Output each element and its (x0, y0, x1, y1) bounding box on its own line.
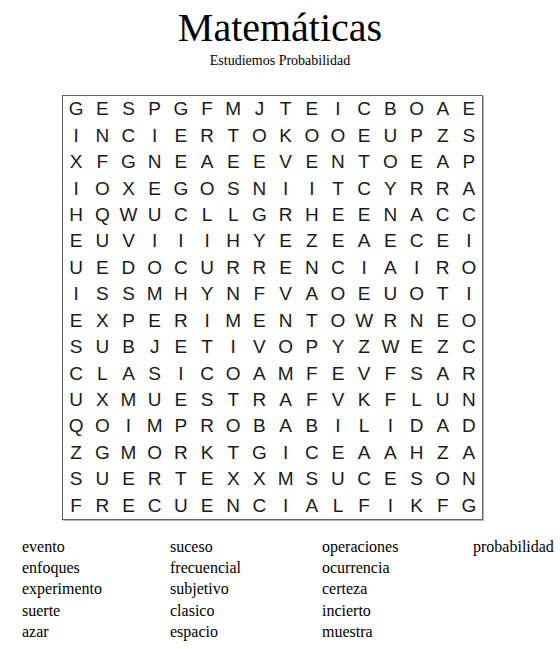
grid-cell[interactable]: I (273, 175, 299, 201)
grid-cell[interactable]: E (246, 308, 272, 334)
word-list-item[interactable]: ocurrencia (322, 557, 473, 578)
grid-cell[interactable]: F (377, 360, 403, 386)
grid-cell[interactable]: G (168, 175, 194, 201)
grid-cell[interactable]: K (351, 387, 377, 413)
grid-cell[interactable]: U (89, 228, 115, 254)
grid-cell[interactable]: E (325, 360, 351, 386)
grid-cell[interactable]: A (430, 360, 456, 386)
grid-cell[interactable]: I (377, 493, 403, 519)
grid-cell[interactable]: U (194, 255, 220, 281)
grid-cell[interactable]: F (299, 360, 325, 386)
grid-cell[interactable]: A (351, 440, 377, 466)
grid-cell[interactable]: G (63, 96, 89, 122)
grid-cell[interactable]: C (403, 228, 429, 254)
grid-cell[interactable]: O (377, 149, 403, 175)
grid-cell[interactable]: C (351, 466, 377, 492)
grid-cell[interactable]: E (142, 175, 168, 201)
grid-cell[interactable]: N (299, 255, 325, 281)
grid-cell[interactable]: S (403, 360, 429, 386)
grid-cell[interactable]: A (456, 175, 482, 201)
grid-cell[interactable]: L (89, 360, 115, 386)
grid-cell[interactable]: A (115, 360, 141, 386)
grid-cell[interactable]: H (299, 202, 325, 228)
grid-cell[interactable]: T (220, 440, 246, 466)
grid-cell[interactable]: D (115, 255, 141, 281)
grid-cell[interactable]: B (299, 413, 325, 439)
grid-cell[interactable]: X (63, 149, 89, 175)
grid-cell[interactable]: C (430, 202, 456, 228)
grid-cell[interactable]: R (403, 175, 429, 201)
grid-cell[interactable]: O (89, 175, 115, 201)
grid-cell[interactable]: U (377, 122, 403, 148)
grid-cell[interactable]: S (403, 466, 429, 492)
grid-cell[interactable]: J (142, 334, 168, 360)
grid-cell[interactable]: L (194, 202, 220, 228)
grid-cell[interactable]: N (220, 281, 246, 307)
grid-cell[interactable]: U (142, 202, 168, 228)
grid-cell[interactable]: C (351, 175, 377, 201)
grid-cell[interactable]: E (456, 96, 482, 122)
word-search-grid: GESPGFMJTEICBOAEINCIERTOKOOEUPZSXFGNEAEE… (62, 95, 483, 520)
grid-cell[interactable]: T (351, 149, 377, 175)
grid-cell[interactable]: A (430, 149, 456, 175)
grid-cell[interactable]: C (351, 96, 377, 122)
grid-cell[interactable]: E (273, 228, 299, 254)
grid-cell[interactable]: A (299, 493, 325, 519)
grid-cell[interactable]: D (456, 413, 482, 439)
grid-cell[interactable]: T (220, 387, 246, 413)
grid-cell[interactable]: E (351, 281, 377, 307)
page-title: Matemáticas (0, 6, 560, 50)
grid-cell[interactable]: E (89, 96, 115, 122)
grid-cell[interactable]: E (377, 228, 403, 254)
grid-cell[interactable]: D (403, 413, 429, 439)
word-list-item[interactable]: subjetivo (170, 578, 322, 599)
grid-cell[interactable]: O (325, 308, 351, 334)
grid-cell[interactable]: C (63, 360, 89, 386)
grid-cell[interactable]: C (456, 334, 482, 360)
grid-cell[interactable]: F (246, 281, 272, 307)
grid-cell[interactable]: A (351, 228, 377, 254)
grid-cell[interactable]: N (456, 387, 482, 413)
grid-cell[interactable]: F (430, 493, 456, 519)
grid-cell[interactable]: P (168, 413, 194, 439)
grid-cell[interactable]: K (273, 122, 299, 148)
grid-cell[interactable]: G (246, 440, 272, 466)
word-list-item[interactable]: suceso (170, 536, 322, 557)
grid-cell[interactable]: U (430, 387, 456, 413)
grid-cell[interactable]: Y (194, 281, 220, 307)
grid-cell[interactable]: S (220, 175, 246, 201)
grid-cell[interactable]: I (273, 493, 299, 519)
grid-cell[interactable]: E (430, 308, 456, 334)
grid-cell[interactable]: E (194, 466, 220, 492)
grid-cell[interactable]: I (168, 360, 194, 386)
grid-cell[interactable]: S (115, 281, 141, 307)
grid-cell[interactable]: E (403, 334, 429, 360)
grid-cell[interactable]: Q (89, 202, 115, 228)
grid-cell[interactable]: E (351, 122, 377, 148)
word-list-item[interactable]: espacio (170, 621, 322, 642)
grid-cell[interactable]: A (377, 255, 403, 281)
grid-cell[interactable]: U (89, 466, 115, 492)
grid-cell[interactable]: R (142, 466, 168, 492)
word-list-item[interactable]: frecuencial (170, 557, 322, 578)
grid-cell[interactable]: E (168, 149, 194, 175)
grid-cell[interactable]: I (325, 413, 351, 439)
grid-cell[interactable]: U (89, 334, 115, 360)
grid-cell[interactable]: E (168, 122, 194, 148)
grid-cell[interactable]: E (299, 96, 325, 122)
grid-cell[interactable]: A (246, 360, 272, 386)
grid-cell[interactable]: V (115, 228, 141, 254)
grid-cell[interactable]: Z (63, 440, 89, 466)
grid-cell[interactable]: P (299, 334, 325, 360)
word-list-item[interactable]: azar (22, 621, 170, 642)
grid-cell[interactable]: L (325, 493, 351, 519)
grid-cell[interactable]: O (194, 175, 220, 201)
grid-cell[interactable]: A (456, 440, 482, 466)
grid-cell[interactable]: I (456, 228, 482, 254)
grid-cell[interactable]: R (168, 308, 194, 334)
grid-cell[interactable]: T (325, 175, 351, 201)
grid-cell[interactable]: N (325, 149, 351, 175)
grid-cell[interactable]: J (246, 96, 272, 122)
grid-cell[interactable]: N (142, 149, 168, 175)
grid-cell[interactable]: E (403, 149, 429, 175)
grid-cell[interactable]: U (377, 281, 403, 307)
grid-cell[interactable]: I (63, 281, 89, 307)
grid-cell[interactable]: O (142, 440, 168, 466)
grid-cell[interactable]: N (456, 466, 482, 492)
grid-cell[interactable]: M (220, 308, 246, 334)
grid-cell[interactable]: F (194, 96, 220, 122)
grid-cell[interactable]: K (403, 493, 429, 519)
grid-cell[interactable]: I (377, 413, 403, 439)
grid-cell[interactable]: E (246, 149, 272, 175)
word-list-item[interactable]: suerte (22, 600, 170, 621)
grid-cell[interactable]: K (194, 440, 220, 466)
grid-cell[interactable]: E (63, 308, 89, 334)
grid-cell[interactable]: H (220, 228, 246, 254)
grid-cell[interactable]: A (377, 440, 403, 466)
grid-cell[interactable]: T (168, 466, 194, 492)
grid-cell[interactable]: U (168, 493, 194, 519)
grid-cell[interactable]: H (63, 202, 89, 228)
grid-cell[interactable]: G (89, 440, 115, 466)
grid-cell[interactable]: R (194, 413, 220, 439)
grid-cell[interactable]: N (377, 202, 403, 228)
grid-cell[interactable]: N (246, 175, 272, 201)
grid-cell[interactable]: M (142, 281, 168, 307)
grid-cell[interactable]: E (142, 308, 168, 334)
grid-cell[interactable]: E (351, 202, 377, 228)
grid-cell[interactable]: F (89, 149, 115, 175)
grid-cell[interactable]: B (377, 96, 403, 122)
grid-cell[interactable]: V (325, 387, 351, 413)
grid-cell[interactable]: A (403, 202, 429, 228)
word-list-item[interactable]: probabilidad (473, 536, 556, 557)
word-list-item[interactable]: enfoques (22, 557, 170, 578)
grid-cell[interactable]: M (115, 440, 141, 466)
grid-cell[interactable]: I (194, 308, 220, 334)
grid-cell[interactable]: R (430, 175, 456, 201)
grid-cell[interactable]: C (456, 202, 482, 228)
grid-cell[interactable]: P (456, 149, 482, 175)
grid-cell[interactable]: S (63, 334, 89, 360)
grid-cell[interactable]: C (168, 255, 194, 281)
grid-cell[interactable]: W (351, 308, 377, 334)
grid-cell[interactable]: H (403, 440, 429, 466)
grid-cell[interactable]: R (430, 255, 456, 281)
grid-cell[interactable]: E (377, 466, 403, 492)
grid-cell[interactable]: G (456, 493, 482, 519)
grid-cell[interactable]: Z (299, 228, 325, 254)
grid-cell[interactable]: C (168, 202, 194, 228)
grid-cell[interactable]: I (273, 440, 299, 466)
grid-cell[interactable]: M (142, 413, 168, 439)
grid-cell[interactable]: Z (430, 122, 456, 148)
grid-cell[interactable]: F (299, 387, 325, 413)
grid-cell[interactable]: E (299, 149, 325, 175)
grid-cell[interactable]: L (220, 202, 246, 228)
grid-cell[interactable]: F (377, 387, 403, 413)
grid-cell[interactable]: I (115, 413, 141, 439)
grid-cell[interactable]: C (115, 122, 141, 148)
word-list-item[interactable]: clasico (170, 600, 322, 621)
grid-cell[interactable]: E (273, 255, 299, 281)
grid-cell[interactable]: T (299, 308, 325, 334)
grid-cell[interactable]: R (377, 308, 403, 334)
grid-cell[interactable]: O (456, 255, 482, 281)
grid-cell[interactable]: Z (430, 334, 456, 360)
grid-cell[interactable]: T (273, 96, 299, 122)
grid-cell[interactable]: E (168, 334, 194, 360)
grid-cell[interactable]: A (194, 149, 220, 175)
grid-cell[interactable]: I (351, 255, 377, 281)
grid-cell[interactable]: S (456, 122, 482, 148)
grid-cell[interactable]: I (168, 228, 194, 254)
grid-cell[interactable]: X (220, 466, 246, 492)
grid-cell[interactable]: O (325, 281, 351, 307)
grid-cell[interactable]: N (273, 308, 299, 334)
grid-cell[interactable]: L (351, 413, 377, 439)
grid-cell[interactable]: M (220, 96, 246, 122)
grid-cell[interactable]: X (89, 387, 115, 413)
grid-cell[interactable]: E (194, 493, 220, 519)
word-list-item[interactable]: evento (22, 536, 170, 557)
grid-cell[interactable]: G (246, 202, 272, 228)
word-list-item[interactable]: experimento (22, 578, 170, 599)
grid-cell[interactable]: S (89, 281, 115, 307)
grid-cell[interactable]: T (430, 281, 456, 307)
grid-cell[interactable]: U (63, 387, 89, 413)
grid-cell[interactable]: X (115, 175, 141, 201)
grid-cell[interactable]: U (325, 466, 351, 492)
grid-cell[interactable]: I (194, 228, 220, 254)
grid-cell[interactable]: C (246, 493, 272, 519)
grid-cell[interactable]: E (220, 149, 246, 175)
grid-cell[interactable]: P (115, 308, 141, 334)
grid-cell[interactable]: O (430, 466, 456, 492)
grid-cell[interactable]: U (63, 255, 89, 281)
grid-cell[interactable]: O (456, 308, 482, 334)
word-list-item[interactable]: incierto (322, 600, 473, 621)
grid-cell[interactable]: Z (351, 334, 377, 360)
grid-cell[interactable]: Q (63, 413, 89, 439)
grid-cell[interactable]: F (63, 493, 89, 519)
grid-cell[interactable]: O (403, 96, 429, 122)
grid-cell[interactable]: X (246, 466, 272, 492)
word-list-item[interactable]: certeza (322, 578, 473, 599)
word-list-column: probabilidad (473, 536, 556, 642)
grid-cell[interactable]: I (63, 175, 89, 201)
grid-cell[interactable]: O (89, 413, 115, 439)
word-list-column: sucesofrecuencialsubjetivoclasicoespacio (170, 536, 322, 642)
grid-cell[interactable]: I (456, 281, 482, 307)
grid-cell[interactable]: N (220, 493, 246, 519)
grid-cell[interactable]: V (273, 281, 299, 307)
grid-cell[interactable]: I (403, 255, 429, 281)
grid-cell[interactable]: C (142, 493, 168, 519)
grid-cell[interactable]: M (115, 387, 141, 413)
grid-cell[interactable]: P (403, 122, 429, 148)
grid-cell[interactable]: R (220, 255, 246, 281)
grid-cell[interactable]: Y (377, 175, 403, 201)
grid-cell[interactable]: E (325, 202, 351, 228)
grid-cell[interactable]: P (142, 96, 168, 122)
grid-cell[interactable]: H (168, 281, 194, 307)
grid-cell[interactable]: W (377, 334, 403, 360)
grid-cell[interactable]: R (89, 493, 115, 519)
grid-cell[interactable]: U (142, 387, 168, 413)
grid-cell[interactable]: G (168, 96, 194, 122)
grid-cell[interactable]: R (246, 255, 272, 281)
grid-cell[interactable]: Y (325, 334, 351, 360)
grid-cell[interactable]: C (299, 440, 325, 466)
grid-cell[interactable]: W (115, 202, 141, 228)
grid-cell[interactable]: F (351, 493, 377, 519)
grid-cell[interactable]: O (246, 122, 272, 148)
grid-cell[interactable]: V (246, 334, 272, 360)
grid-cell[interactable]: R (168, 440, 194, 466)
grid-cell[interactable]: E (89, 255, 115, 281)
grid-cell[interactable]: I (142, 122, 168, 148)
grid-cell[interactable]: G (115, 149, 141, 175)
word-list-column: eventoenfoquesexperimentosuerteazar (22, 536, 170, 642)
grid-cell[interactable]: V (273, 149, 299, 175)
grid-cell[interactable]: C (325, 255, 351, 281)
grid-cell[interactable]: B (246, 413, 272, 439)
word-list-item[interactable]: muestra (322, 621, 473, 642)
grid-cell[interactable]: M (273, 466, 299, 492)
grid-cell[interactable]: A (273, 387, 299, 413)
grid-cell[interactable]: N (89, 122, 115, 148)
grid-cell[interactable]: T (220, 122, 246, 148)
grid-cell[interactable]: R (246, 387, 272, 413)
grid-cell[interactable]: E (115, 493, 141, 519)
grid-cell[interactable]: I (325, 96, 351, 122)
grid-cell[interactable]: M (273, 360, 299, 386)
grid-cell[interactable]: E (168, 387, 194, 413)
grid-cell[interactable]: S (142, 360, 168, 386)
grid-cell[interactable]: O (273, 334, 299, 360)
grid-cell[interactable]: A (299, 281, 325, 307)
grid-cell[interactable]: Z (430, 440, 456, 466)
grid-cell[interactable]: O (299, 122, 325, 148)
grid-cell[interactable]: E (325, 440, 351, 466)
grid-cell[interactable]: I (220, 334, 246, 360)
page-subtitle: Estudiemos Probabilidad (0, 53, 560, 69)
grid-cell[interactable]: O (403, 281, 429, 307)
grid-cell[interactable]: A (273, 413, 299, 439)
grid-cell[interactable]: S (115, 96, 141, 122)
grid-cell[interactable]: I (142, 228, 168, 254)
grid-cell[interactable]: S (299, 466, 325, 492)
grid-cell[interactable]: R (456, 360, 482, 386)
grid-cell[interactable]: S (194, 387, 220, 413)
grid-cell[interactable]: E (63, 228, 89, 254)
grid-cell[interactable]: A (430, 413, 456, 439)
grid-cell[interactable]: O (325, 122, 351, 148)
grid-cell[interactable]: S (63, 466, 89, 492)
grid-cell[interactable]: B (115, 334, 141, 360)
grid-cell[interactable]: L (403, 387, 429, 413)
grid-cell[interactable]: O (220, 360, 246, 386)
grid-cell[interactable]: R (273, 202, 299, 228)
grid-cell[interactable]: R (194, 122, 220, 148)
word-list: eventoenfoquesexperimentosuerteazarsuces… (22, 536, 556, 642)
grid-cell[interactable]: A (430, 96, 456, 122)
grid-cell[interactable]: O (220, 413, 246, 439)
grid-cell[interactable]: N (403, 308, 429, 334)
grid-cell[interactable]: X (89, 308, 115, 334)
grid-cell[interactable]: V (351, 360, 377, 386)
grid-cell[interactable]: T (194, 334, 220, 360)
grid-cell[interactable]: E (430, 228, 456, 254)
word-list-column: operacionesocurrenciacertezainciertomues… (322, 536, 473, 642)
grid-cell[interactable]: E (115, 466, 141, 492)
grid-cell[interactable]: I (299, 175, 325, 201)
grid-cell[interactable]: O (142, 255, 168, 281)
grid-cell[interactable]: E (325, 228, 351, 254)
grid-cell[interactable]: I (63, 122, 89, 148)
word-list-item[interactable]: operaciones (322, 536, 473, 557)
grid-cell[interactable]: Y (246, 228, 272, 254)
grid-cell[interactable]: C (194, 360, 220, 386)
